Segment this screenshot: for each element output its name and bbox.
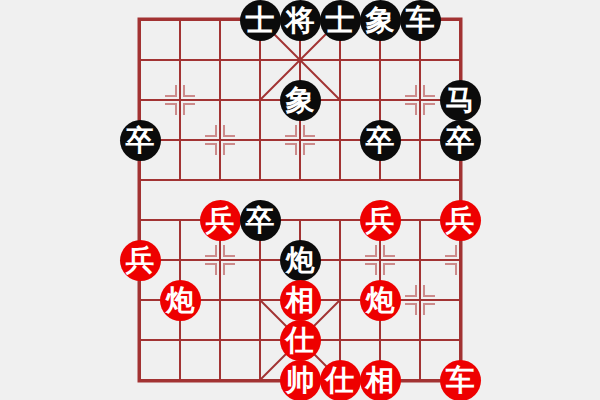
point-marker	[184, 85, 195, 96]
piece-red-soldier[interactable]: 兵	[440, 200, 481, 241]
piece-red-soldier[interactable]: 兵	[200, 200, 241, 241]
point-marker	[405, 304, 416, 315]
point-marker	[424, 285, 435, 296]
point-marker	[224, 264, 235, 275]
piece-black-elephant[interactable]: 象	[360, 0, 401, 41]
piece-red-soldier[interactable]: 兵	[360, 200, 401, 241]
piece-red-cannon[interactable]: 炮	[160, 280, 201, 321]
point-marker	[285, 144, 296, 155]
point-marker	[445, 264, 456, 275]
point-marker	[184, 104, 195, 115]
piece-red-general[interactable]: 帅	[280, 360, 321, 400]
piece-black-general[interactable]: 将	[280, 0, 321, 41]
point-marker	[224, 245, 235, 256]
piece-black-soldier[interactable]: 卒	[240, 200, 281, 241]
point-marker	[205, 264, 216, 275]
point-marker	[445, 245, 456, 256]
piece-red-elephant[interactable]: 相	[360, 360, 401, 400]
point-marker	[205, 144, 216, 155]
piece-red-advisor[interactable]: 仕	[280, 320, 321, 361]
point-marker	[384, 245, 395, 256]
point-marker	[405, 85, 416, 96]
piece-red-chariot[interactable]: 车	[440, 360, 481, 400]
point-marker	[165, 104, 176, 115]
point-marker	[224, 125, 235, 136]
point-marker	[405, 104, 416, 115]
piece-black-horse[interactable]: 马	[440, 80, 481, 121]
piece-red-cannon[interactable]: 炮	[360, 280, 401, 321]
point-marker	[365, 264, 376, 275]
point-marker	[424, 104, 435, 115]
xiangqi-board: 士将士象车象马卒卒卒兵卒兵兵兵炮炮相炮仕帅仕相车	[140, 20, 460, 380]
point-marker	[205, 125, 216, 136]
point-marker	[165, 85, 176, 96]
piece-black-elephant[interactable]: 象	[280, 80, 321, 121]
point-marker	[384, 264, 395, 275]
point-marker	[304, 144, 315, 155]
piece-red-soldier[interactable]: 兵	[120, 240, 161, 281]
point-marker	[424, 304, 435, 315]
piece-black-soldier[interactable]: 卒	[360, 120, 401, 161]
piece-red-advisor[interactable]: 仕	[320, 360, 361, 400]
piece-black-soldier[interactable]: 卒	[440, 120, 481, 161]
point-marker	[224, 144, 235, 155]
piece-black-chariot[interactable]: 车	[400, 0, 441, 41]
point-marker	[285, 125, 296, 136]
point-marker	[405, 285, 416, 296]
point-marker	[424, 85, 435, 96]
piece-black-advisor[interactable]: 士	[320, 0, 361, 41]
xiangqi-app: 士将士象车象马卒卒卒兵卒兵兵兵炮炮相炮仕帅仕相车	[0, 0, 600, 400]
piece-black-advisor[interactable]: 士	[240, 0, 281, 41]
piece-black-soldier[interactable]: 卒	[120, 120, 161, 161]
point-marker	[205, 245, 216, 256]
point-marker	[304, 125, 315, 136]
piece-black-cannon[interactable]: 炮	[280, 240, 321, 281]
point-marker	[365, 245, 376, 256]
piece-red-elephant[interactable]: 相	[280, 280, 321, 321]
